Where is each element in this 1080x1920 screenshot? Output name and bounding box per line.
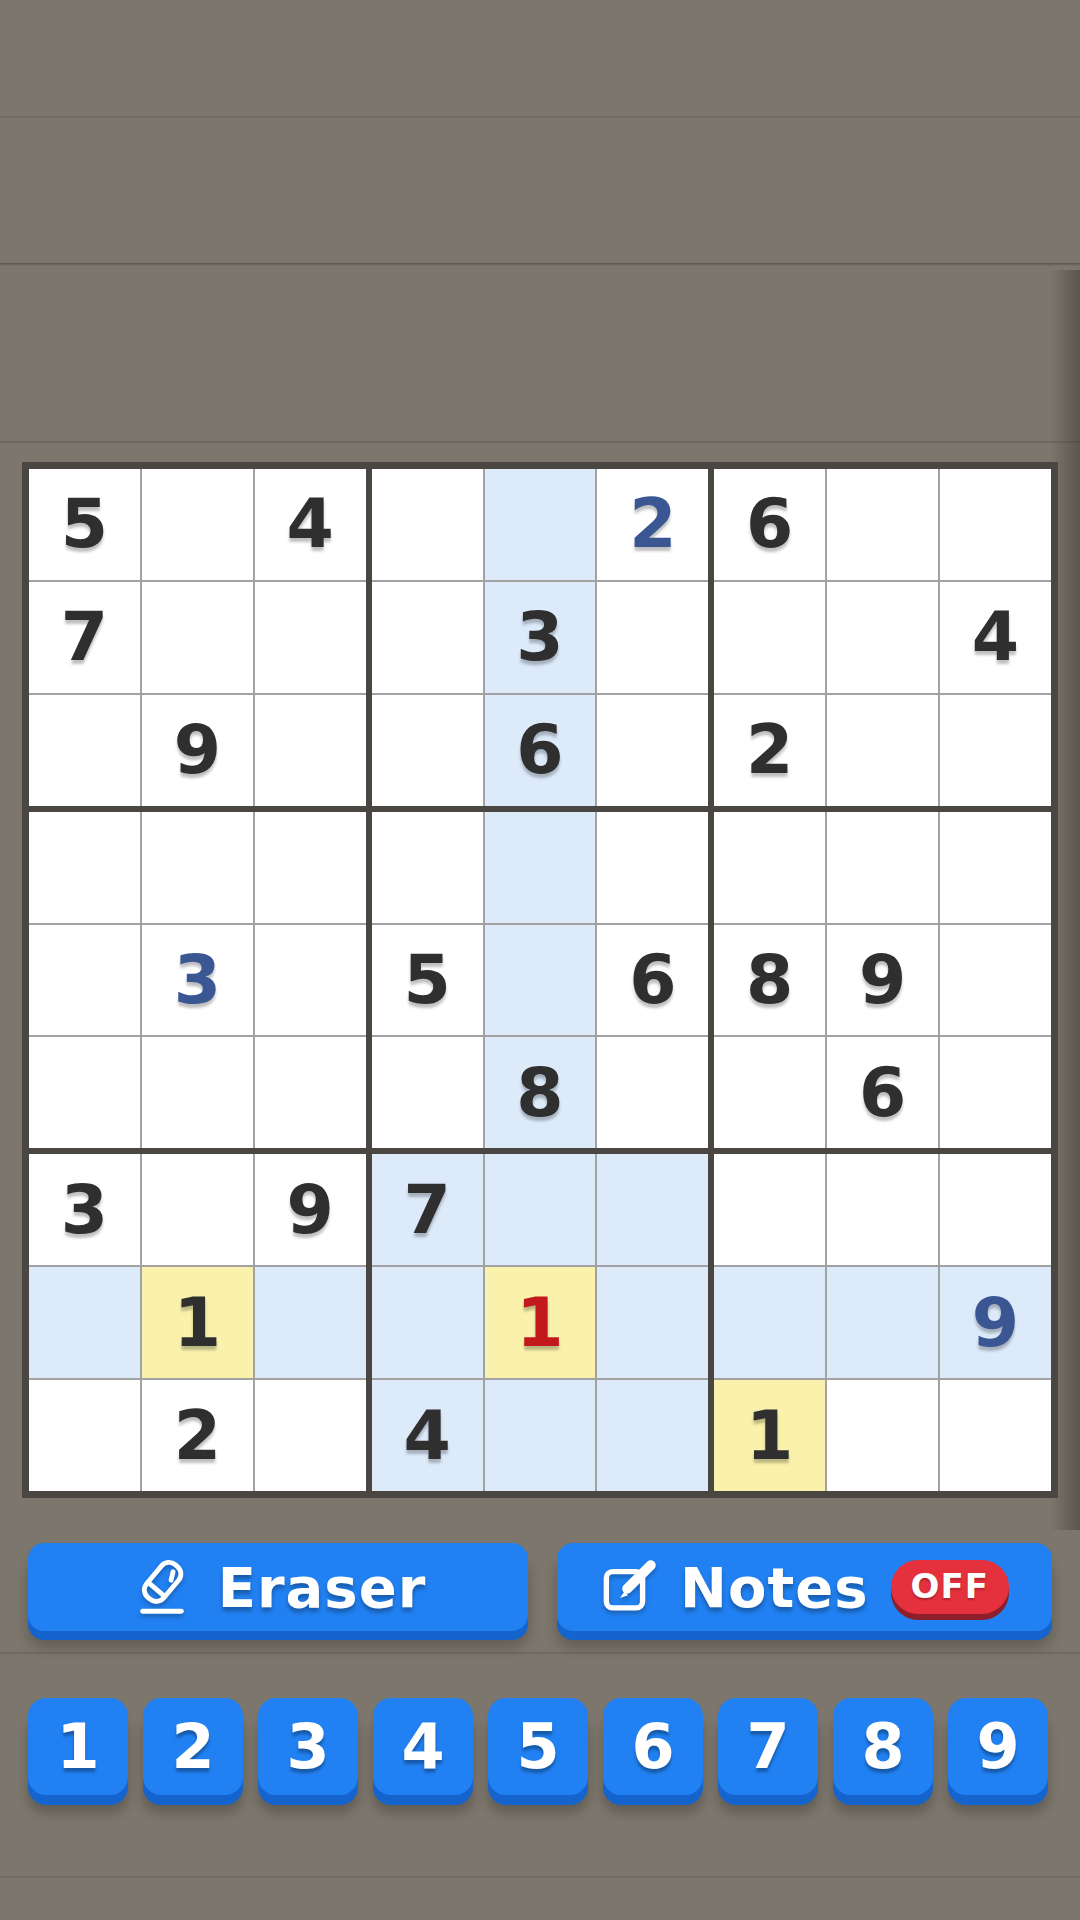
notes-off-badge[interactable]: OFF [891, 1560, 1009, 1614]
cell-r9c6[interactable] [597, 1380, 708, 1491]
cell-r1c4[interactable] [372, 469, 483, 580]
cell-r5c7[interactable]: 8 [714, 925, 825, 1036]
cell-r1c8[interactable] [827, 469, 938, 580]
cell-r5c3[interactable] [255, 925, 366, 1036]
cell-r4c5[interactable] [485, 812, 596, 923]
notes-icon [600, 1558, 658, 1616]
cell-r9c4[interactable]: 4 [372, 1380, 483, 1491]
cell-r4c1[interactable] [29, 812, 140, 923]
cell-r3c8[interactable] [827, 695, 938, 806]
cell-r3c4[interactable] [372, 695, 483, 806]
cell-r4c6[interactable] [597, 812, 708, 923]
cell-r1c9[interactable] [940, 469, 1051, 580]
cell-r3c2[interactable]: 9 [142, 695, 253, 806]
numpad-button-2[interactable]: 2 [143, 1698, 243, 1795]
cell-r6c7[interactable] [714, 1037, 825, 1148]
cell-r4c8[interactable] [827, 812, 938, 923]
cell-r2c5[interactable]: 3 [485, 582, 596, 693]
eraser-button[interactable]: Eraser [28, 1543, 528, 1631]
cell-r2c2[interactable] [142, 582, 253, 693]
cell-r6c2[interactable] [142, 1037, 253, 1148]
cell-r3c7[interactable]: 2 [714, 695, 825, 806]
cell-r3c6[interactable] [597, 695, 708, 806]
cell-r7c5[interactable] [485, 1154, 596, 1265]
cell-r8c5[interactable]: 1 [485, 1267, 596, 1378]
board-block-4: 3 [29, 812, 366, 1149]
numpad-button-9[interactable]: 9 [948, 1698, 1048, 1795]
eraser-label: Eraser [218, 1555, 427, 1620]
cell-r6c9[interactable] [940, 1037, 1051, 1148]
notes-label: Notes [680, 1555, 868, 1620]
board-block-2: 236 [372, 469, 709, 806]
cell-r1c1[interactable]: 5 [29, 469, 140, 580]
cell-r5c2[interactable]: 3 [142, 925, 253, 1036]
wood-plank-seam [0, 441, 1080, 444]
cell-r3c9[interactable] [940, 695, 1051, 806]
cell-r2c8[interactable] [827, 582, 938, 693]
eraser-icon [130, 1556, 192, 1618]
cell-r7c9[interactable] [940, 1154, 1051, 1265]
board-block-9: 91 [714, 1154, 1051, 1491]
cell-r9c9[interactable] [940, 1380, 1051, 1491]
cell-r7c2[interactable] [142, 1154, 253, 1265]
cell-r1c7[interactable]: 6 [714, 469, 825, 580]
numpad-button-6[interactable]: 6 [603, 1698, 703, 1795]
cell-r8c7[interactable] [714, 1267, 825, 1378]
numpad-button-1[interactable]: 1 [28, 1698, 128, 1795]
cell-r2c6[interactable] [597, 582, 708, 693]
cell-r8c9[interactable]: 9 [940, 1267, 1051, 1378]
cell-r7c7[interactable] [714, 1154, 825, 1265]
cell-r2c3[interactable] [255, 582, 366, 693]
board-block-3: 642 [714, 469, 1051, 806]
cell-r4c3[interactable] [255, 812, 366, 923]
cell-r7c3[interactable]: 9 [255, 1154, 366, 1265]
cell-r2c9[interactable]: 4 [940, 582, 1051, 693]
cell-r9c1[interactable] [29, 1380, 140, 1491]
board-block-7: 3912 [29, 1154, 366, 1491]
board-block-1: 5479 [29, 469, 366, 806]
cell-r4c7[interactable] [714, 812, 825, 923]
cell-r5c4[interactable]: 5 [372, 925, 483, 1036]
numpad-button-5[interactable]: 5 [488, 1698, 588, 1795]
cell-r9c5[interactable] [485, 1380, 596, 1491]
wood-plank-seam [0, 263, 1080, 266]
board-block-6: 896 [714, 812, 1051, 1149]
cell-r6c3[interactable] [255, 1037, 366, 1148]
cell-r1c5[interactable] [485, 469, 596, 580]
cell-r6c5[interactable]: 8 [485, 1037, 596, 1148]
cell-r6c8[interactable]: 6 [827, 1037, 938, 1148]
cell-r8c3[interactable] [255, 1267, 366, 1378]
cell-r2c7[interactable] [714, 582, 825, 693]
cell-r6c6[interactable] [597, 1037, 708, 1148]
wood-plank-seam [0, 1876, 1080, 1879]
cell-r8c2[interactable]: 1 [142, 1267, 253, 1378]
wood-plank-seam [0, 116, 1080, 119]
cell-r8c4[interactable] [372, 1267, 483, 1378]
cell-r7c1[interactable]: 3 [29, 1154, 140, 1265]
number-pad: 123456789 [28, 1698, 1048, 1795]
cell-r8c8[interactable] [827, 1267, 938, 1378]
cell-r7c8[interactable] [827, 1154, 938, 1265]
cell-r4c2[interactable] [142, 812, 253, 923]
cell-r3c5[interactable]: 6 [485, 695, 596, 806]
wood-plank-seam [0, 1652, 1080, 1655]
cell-r1c2[interactable] [142, 469, 253, 580]
cell-r4c9[interactable] [940, 812, 1051, 923]
cell-r8c1[interactable] [29, 1267, 140, 1378]
cell-r5c8[interactable]: 9 [827, 925, 938, 1036]
sudoku-board: 54792366423568896391271491 [22, 462, 1058, 1498]
board-block-5: 568 [372, 812, 709, 1149]
cell-r6c4[interactable] [372, 1037, 483, 1148]
numpad-button-4[interactable]: 4 [373, 1698, 473, 1795]
board-block-8: 714 [372, 1154, 709, 1491]
cell-r9c3[interactable] [255, 1380, 366, 1491]
cell-r4c4[interactable] [372, 812, 483, 923]
cell-r9c2[interactable]: 2 [142, 1380, 253, 1491]
cell-r2c1[interactable]: 7 [29, 582, 140, 693]
cell-r5c9[interactable] [940, 925, 1051, 1036]
cell-r5c5[interactable] [485, 925, 596, 1036]
cell-r5c6[interactable]: 6 [597, 925, 708, 1036]
numpad-button-3[interactable]: 3 [258, 1698, 358, 1795]
cell-r1c3[interactable]: 4 [255, 469, 366, 580]
cell-r9c8[interactable] [827, 1380, 938, 1491]
cell-r1c6[interactable]: 2 [597, 469, 708, 580]
cell-r3c1[interactable] [29, 695, 140, 806]
cell-r6c1[interactable] [29, 1037, 140, 1148]
numpad-button-7[interactable]: 7 [718, 1698, 818, 1795]
cell-r3c3[interactable] [255, 695, 366, 806]
cell-r5c1[interactable] [29, 925, 140, 1036]
numpad-button-8[interactable]: 8 [833, 1698, 933, 1795]
notes-button[interactable]: Notes OFF [557, 1543, 1052, 1631]
cell-r9c7[interactable]: 1 [714, 1380, 825, 1491]
cell-r7c6[interactable] [597, 1154, 708, 1265]
cell-r8c6[interactable] [597, 1267, 708, 1378]
cell-r7c4[interactable]: 7 [372, 1154, 483, 1265]
cell-r2c4[interactable] [372, 582, 483, 693]
